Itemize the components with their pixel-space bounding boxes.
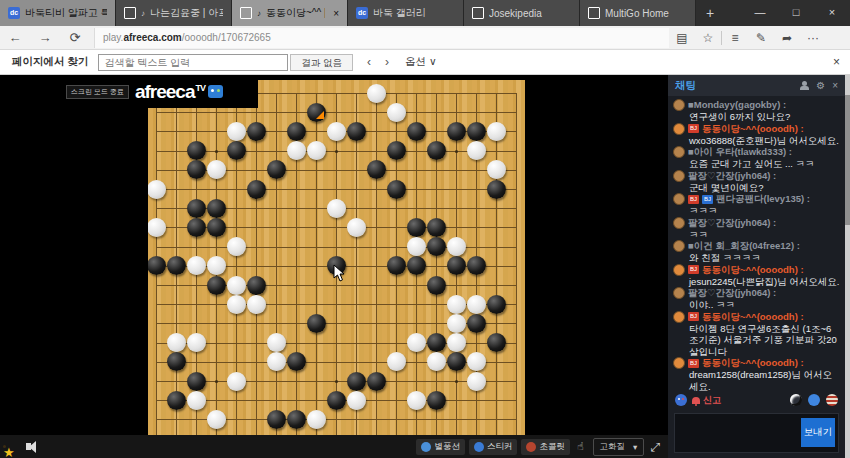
quality-dropdown[interactable]: 고화질▾: [593, 438, 645, 456]
black-stone-14-3: [407, 122, 426, 141]
white-stone-13-15: [387, 352, 406, 371]
chat-username: 팔장♡간장(jyh064) :: [688, 217, 776, 229]
black-stone-2-17: [167, 391, 186, 410]
white-stone-17-12: [467, 295, 486, 314]
web-note-icon[interactable]: ✎: [748, 31, 774, 45]
black-stone-13-10: [387, 256, 406, 275]
chat-message-6: ■이건 회_회장(04free12) :와 친절 ㅋㅋㅋㅋ: [673, 240, 840, 264]
black-stone-3-16: [187, 372, 206, 391]
chat-toolbar: 신고: [668, 391, 845, 409]
thumbs-up-icon[interactable]: ☝: [577, 440, 584, 453]
chat-text: ㅋㅋ: [673, 229, 840, 241]
white-stone-3-17: [187, 391, 206, 410]
refresh-icon[interactable]: ⟳: [60, 30, 90, 45]
black-stone-17-13: [467, 314, 486, 333]
tab-label: MultiGo Home: [605, 8, 687, 19]
new-tab-button[interactable]: +: [696, 0, 724, 26]
white-stone-9-4: [307, 141, 326, 160]
share-icon[interactable]: ➦: [774, 31, 800, 45]
chevron-down-icon: ∨: [429, 55, 437, 67]
white-stone-17-16: [467, 372, 486, 391]
black-stone-1-10: [148, 256, 166, 275]
black-stone-12-5: [367, 160, 386, 179]
white-stone-18-5: [487, 160, 506, 179]
find-close-icon[interactable]: ×: [833, 55, 840, 69]
chat-username: 팬다공팬다(levy135) :: [716, 193, 810, 205]
chat-message-5: 팔장♡간장(jyh064) :ㅋㅋ: [673, 217, 840, 241]
page-favicon: [588, 7, 600, 19]
window-controls: — □ ×: [742, 0, 850, 26]
black-stone-13-4: [387, 141, 406, 160]
white-stone-2-14: [167, 333, 186, 352]
tab-bar: dc바둑티비 알파고 특집 봤♪나는김윤중 | 아프리카♪동동이당~^^ | 아…: [0, 0, 850, 26]
black-stone-14-10: [407, 256, 426, 275]
star-point: [215, 380, 218, 383]
white-stone-9-18: [307, 410, 326, 429]
chevron-down-icon: ▾: [633, 442, 637, 452]
avatar: [673, 287, 685, 299]
speaker-icon[interactable]: [26, 441, 36, 453]
chat-username: ■이건 회_회장(04free12) :: [688, 240, 800, 252]
black-stone-13-6: [387, 180, 406, 199]
mouse-cursor: [333, 264, 345, 282]
close-button[interactable]: ×: [814, 0, 850, 26]
forward-icon[interactable]: →: [30, 30, 60, 45]
chat-text: jesun2245(나쁜닭집)님 어서오세요.: [673, 276, 840, 288]
avatar: [673, 311, 685, 323]
stream-video-area: 스크린 모드 종료 afreecaTV: [0, 75, 668, 435]
chat-message-1: BJ동동이당~^^(oooodh) :wxo36888(준호팬다)님 어서오세요…: [673, 123, 840, 147]
user-badge: BJ: [688, 195, 699, 204]
page-favicon: [124, 7, 136, 19]
exit-screen-mode-button[interactable]: 스크린 모드 종료: [66, 85, 129, 99]
black-stone-15-11: [427, 276, 446, 295]
avatar: [673, 170, 685, 182]
last-move-triangle-marker: [316, 111, 324, 119]
browser-tab-1[interactable]: ♪나는김윤중 | 아프리카: [116, 0, 232, 26]
white-stone-6-12: [247, 295, 266, 314]
avatar: [673, 146, 685, 158]
go-board: [148, 80, 525, 435]
chat-input[interactable]: 보내기: [674, 413, 839, 453]
gift-label: 별풍선: [434, 441, 460, 453]
chat-username: 동동이당~^^(oooodh) :: [702, 123, 804, 135]
report-label: 신고: [703, 394, 721, 407]
white-stone-12-1: [367, 84, 386, 103]
tab-label: 동동이당~^^ | 아: [266, 6, 325, 20]
star-point: [335, 150, 338, 153]
url-domain: afreeca.com: [123, 32, 181, 43]
black-stone-2-10: [167, 256, 186, 275]
user-badge: BJ: [688, 265, 699, 274]
white-stone-5-11: [227, 276, 246, 295]
white-stone-10-3: [327, 122, 346, 141]
white-stone-14-9: [407, 237, 426, 256]
black-stone-10-17: [327, 391, 346, 410]
gift-icon: [526, 442, 536, 452]
white-stone-14-14: [407, 333, 426, 352]
tab-close-icon[interactable]: ×: [330, 8, 339, 19]
browser-tab-4[interactable]: Josekipedia: [464, 0, 580, 26]
white-stone-8-4: [287, 141, 306, 160]
white-stone-5-12: [227, 295, 246, 314]
bell-icon: [692, 397, 700, 404]
white-stone-11-8: [347, 218, 366, 237]
white-stone-18-3: [487, 122, 506, 141]
chat-text: dream1258(dream1258)님 어서오세요.: [673, 369, 840, 391]
scrollbar-thumb[interactable]: [845, 95, 850, 225]
chat-panel: 채팅 ⚙ × ■Mondayy(gagokby) :연구생이 6까지 있나요?B…: [668, 75, 845, 458]
white-stone-7-14: [267, 333, 286, 352]
tab-label: 바둑티비 알파고 특집 봤: [25, 6, 107, 20]
black-stone-6-11: [247, 276, 266, 295]
gift-label: 스티커: [487, 441, 513, 453]
avatar: [673, 217, 685, 229]
chat-title: 채팅: [675, 79, 696, 93]
afreecatv-logo: afreecaTV: [135, 81, 223, 103]
white-stone-13-2: [387, 103, 406, 122]
white-stone-17-4: [467, 141, 486, 160]
black-stone-16-15: [447, 352, 466, 371]
chat-message-8: 팔장♡간장(jyh064) :이야.. ㅋㅋ: [673, 287, 840, 311]
black-stone-3-7: [187, 199, 206, 218]
white-stone-4-5: [207, 160, 226, 179]
chat-username: 팔장♡간장(jyh064) :: [688, 287, 776, 299]
browser-window: dc바둑티비 알파고 특집 봤♪나는김윤중 | 아프리카♪동동이당~^^ | 아…: [0, 0, 850, 458]
black-stone-15-8: [427, 218, 446, 237]
white-stone-1-8: [148, 218, 166, 237]
gift-label: 초콜릿: [539, 441, 565, 453]
user-badge: BJ: [702, 195, 713, 204]
chat-text: 와 친절 ㅋㅋㅋㅋ: [673, 252, 840, 264]
black-stone-7-18: [267, 410, 286, 429]
avatar: [673, 264, 685, 276]
black-stone-11-16: [347, 372, 366, 391]
black-stone-15-4: [427, 141, 446, 160]
white-stone-15-15: [427, 352, 446, 371]
viewers-icon[interactable]: [800, 81, 809, 90]
video-control-bar: 별풍선스티커초콜릿 ☝ ★ 고화질▾ ⤢: [0, 435, 668, 458]
find-options-dropdown[interactable]: 옵션 ∨: [405, 55, 437, 69]
quality-label: 고화질: [600, 441, 626, 453]
page-scrollbar[interactable]: [845, 75, 850, 458]
gift-button-0[interactable]: 별풍선: [416, 439, 465, 455]
chat-message-2: ■아이 우타(tlawkd333) :요즘 군대 가고 싶어도 ... ㅋㅋ: [673, 146, 840, 170]
avatar: [673, 240, 685, 252]
white-stone-5-9: [227, 237, 246, 256]
white-stone-5-16: [227, 372, 246, 391]
browser-tab-3[interactable]: dc바둑 갤러리: [348, 0, 464, 26]
browser-tab-5[interactable]: MultiGo Home: [580, 0, 696, 26]
chocolate-icon[interactable]: [826, 394, 838, 406]
user-badge: BJ: [688, 124, 699, 133]
white-stone-1-6: [148, 180, 166, 199]
address-bar[interactable]: play.afreeca.com/oooodh/170672665: [94, 28, 669, 48]
star-point: [215, 150, 218, 153]
white-stone-4-18: [207, 410, 226, 429]
afreecatv-mascot-icon: [208, 85, 223, 98]
black-stone-18-6: [487, 180, 506, 199]
logo-tv-text: TV: [195, 83, 205, 93]
black-stone-17-10: [467, 256, 486, 275]
chat-username: 동동이당~^^(oooodh) :: [702, 311, 804, 323]
find-bar: 페이지에서 찾기 결과 없음 ‹ › 옵션 ∨ ×: [0, 50, 850, 75]
find-label: 페이지에서 찾기: [12, 55, 88, 69]
black-stone-18-12: [487, 295, 506, 314]
stream-logo-bar: 스크린 모드 종료 afreecaTV: [0, 75, 258, 108]
black-stone-18-14: [487, 333, 506, 352]
black-stone-15-9: [427, 237, 446, 256]
white-stone-4-10: [207, 256, 226, 275]
dcinside-favicon: dc: [8, 7, 20, 19]
gift-button-1[interactable]: 스티커: [469, 439, 518, 455]
black-stone-6-3: [247, 122, 266, 141]
address-toolbar: ← → ⟳ play.afreeca.com/oooodh/170672665 …: [0, 26, 850, 50]
white-stone-17-15: [467, 352, 486, 371]
browser-tab-0[interactable]: dc바둑티비 알파고 특집 봤: [0, 0, 116, 26]
chat-text: 연구생이 6까지 있나요?: [673, 111, 840, 123]
white-stone-16-13: [447, 314, 466, 333]
black-stone-4-7: [207, 199, 226, 218]
black-stone-2-15: [167, 352, 186, 371]
browser-tab-2[interactable]: ♪동동이당~^^ | 아×: [232, 0, 348, 26]
send-button[interactable]: 보내기: [801, 418, 835, 447]
black-stone-11-3: [347, 122, 366, 141]
chat-username: 팔장♡간장(jyh064) :: [688, 170, 776, 182]
tabs: dc바둑티비 알파고 특집 봤♪나는김윤중 | 아프리카♪동동이당~^^ | 아…: [0, 0, 696, 26]
black-stone-16-3: [447, 122, 466, 141]
chat-message-0: ■Mondayy(gagokby) :연구생이 6까지 있나요?: [673, 99, 840, 123]
white-stone-14-17: [407, 391, 426, 410]
white-stone-10-7: [327, 199, 346, 218]
user-badge: BJ: [688, 359, 699, 368]
chat-message-9: BJ동동이당~^^(oooodh) :타이젬 8단 연구생6조출신 (1조~6조…: [673, 311, 840, 358]
find-previous-icon[interactable]: ‹: [367, 55, 371, 69]
chat-username: 동동이당~^^(oooodh) :: [702, 357, 804, 369]
black-stone-3-4: [187, 141, 206, 160]
black-stone-4-8: [207, 218, 226, 237]
fullscreen-icon[interactable]: ⤢: [650, 440, 660, 454]
black-stone-3-8: [187, 218, 206, 237]
gift-buttons: 별풍선스티커초콜릿: [416, 439, 570, 455]
tab-label: Josekipedia: [489, 8, 571, 19]
black-stone-8-18: [287, 410, 306, 429]
black-stone-17-3: [467, 122, 486, 141]
chat-message-3: 팔장♡간장(jyh064) :군대 몇년이예요?: [673, 170, 840, 194]
dcinside-favicon: dc: [356, 7, 368, 19]
favorite-star-icon[interactable]: ☆: [695, 31, 721, 45]
black-stone-6-6: [247, 180, 266, 199]
tab-label: 바둑 갤러리: [373, 6, 455, 20]
avatar: [673, 123, 685, 135]
white-stone-3-10: [187, 256, 206, 275]
chat-text: 군대 몇년이예요?: [673, 182, 840, 194]
black-stone-3-5: [187, 160, 206, 179]
report-button[interactable]: 신고: [692, 394, 721, 407]
page-favicon: [472, 7, 484, 19]
star-balloon-icon[interactable]: [790, 394, 802, 406]
back-icon[interactable]: ←: [0, 30, 30, 45]
chat-text: 요즘 군대 가고 싶어도 ... ㅋㅋ: [673, 158, 840, 170]
chat-message-7: BJ동동이당~^^(oooodh) :jesun2245(나쁜닭집)님 어서오세…: [673, 264, 840, 288]
item-icons: [790, 394, 838, 406]
chat-username: ■아이 우타(tlawkd333) :: [688, 146, 792, 158]
black-stone-15-14: [427, 333, 446, 352]
url-prefix: play.: [103, 32, 123, 43]
find-options-label: 옵션: [405, 55, 426, 67]
white-stone-5-3: [227, 122, 246, 141]
user-badge: BJ: [688, 312, 699, 321]
minimize-button[interactable]: —: [742, 0, 778, 26]
find-result-count: 결과 없음: [290, 54, 353, 71]
reading-view-icon[interactable]: ▤: [669, 31, 695, 45]
find-next-icon[interactable]: ›: [385, 55, 389, 69]
gear-icon[interactable]: ⚙: [816, 80, 825, 91]
white-stone-16-12: [447, 295, 466, 314]
chat-messages: ■Mondayy(gagokby) :연구생이 6까지 있나요?BJ동동이당~^…: [668, 96, 845, 391]
star-point: [455, 150, 458, 153]
url-path: /oooodh/170672665: [182, 32, 271, 43]
more-icon[interactable]: ···: [800, 31, 826, 45]
black-stone-8-15: [287, 352, 306, 371]
chat-message-4: BJBJ팬다공팬다(levy135) :ㅋㅋㅋ: [673, 193, 840, 217]
chat-text: 이야.. ㅋㅋ: [673, 299, 840, 311]
chat-text: ㅋㅋㅋ: [673, 205, 840, 217]
white-stone-7-15: [267, 352, 286, 371]
white-stone-11-17: [347, 391, 366, 410]
white-stone-3-14: [187, 333, 206, 352]
black-stone-14-8: [407, 218, 426, 237]
find-input[interactable]: [98, 54, 288, 71]
avatar: [673, 357, 685, 369]
maximize-button[interactable]: □: [778, 0, 814, 26]
gift-icon: [421, 442, 431, 452]
favorite-icon[interactable]: ★: [3, 445, 6, 448]
black-stone-5-4: [227, 141, 246, 160]
chat-text: 타이젬 8단 연구생6조출신 (1조~6조기준) 서울거주 기풍 기분파 갓20…: [673, 323, 840, 358]
black-stone-15-17: [427, 391, 446, 410]
chat-message-10: BJ동동이당~^^(oooodh) :dream1258(dream1258)님…: [673, 357, 840, 391]
audio-playing-icon: ♪: [141, 9, 145, 18]
black-stone-7-5: [267, 160, 286, 179]
black-stone-12-16: [367, 372, 386, 391]
gift-button-2[interactable]: 초콜릿: [521, 439, 570, 455]
chat-username: ■Mondayy(gagokby) :: [688, 99, 786, 111]
star-point: [335, 380, 338, 383]
hub-icon[interactable]: ≡: [722, 31, 748, 45]
star-point: [455, 380, 458, 383]
chat-header: 채팅 ⚙ ×: [668, 75, 845, 96]
audio-playing-icon: ♪: [257, 9, 261, 18]
black-stone-16-10: [447, 256, 466, 275]
tab-label: 나는김윤중 | 아프리카: [150, 6, 223, 20]
sticker-icon[interactable]: [808, 394, 820, 406]
logo-text: afreeca: [135, 81, 195, 103]
avatar: [673, 193, 685, 205]
white-stone-16-14: [447, 333, 466, 352]
emoticon-icon[interactable]: [675, 394, 687, 406]
avatar: [673, 99, 685, 111]
chat-username: 동동이당~^^(oooodh) :: [702, 264, 804, 276]
chat-text: wxo36888(준호팬다)님 어서오세요.: [673, 135, 840, 147]
gift-icon: [474, 442, 484, 452]
page-favicon: [240, 7, 252, 19]
black-stone-8-3: [287, 122, 306, 141]
black-stone-9-13: [307, 314, 326, 333]
chat-close-icon[interactable]: ×: [832, 80, 838, 91]
white-stone-16-9: [447, 237, 466, 256]
black-stone-4-11: [207, 276, 226, 295]
